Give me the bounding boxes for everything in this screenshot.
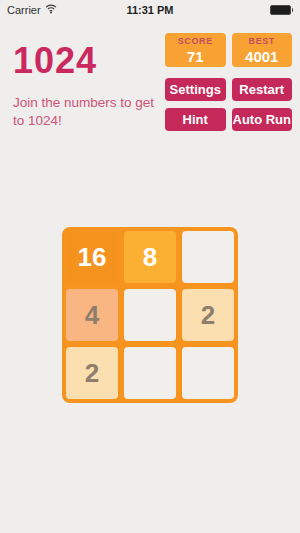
page-title: 1024 (13, 43, 165, 79)
status-bar-time: 11:31 PM (97, 4, 203, 16)
best-label: BEST (249, 36, 275, 46)
carrier-label: Carrier (7, 4, 41, 16)
tile-2: 2 (182, 289, 234, 341)
empty-cell (124, 289, 176, 341)
status-bar-right (203, 5, 293, 15)
score-box: SCORE 71 (165, 33, 226, 67)
score-label: SCORE (178, 36, 213, 46)
auto-run-button[interactable]: Auto Run (232, 108, 293, 131)
status-bar-left: Carrier (7, 4, 97, 16)
tagline: Join the numbers to get to 1024! (13, 94, 165, 130)
best-value: 4001 (245, 48, 278, 65)
hint-button[interactable]: Hint (165, 108, 226, 131)
restart-button[interactable]: Restart (232, 78, 293, 101)
tile-16: 16 (66, 231, 118, 283)
status-bar: Carrier 11:31 PM (0, 0, 300, 20)
settings-button[interactable]: Settings (165, 78, 226, 101)
tile-4: 4 (66, 289, 118, 341)
tile-8: 8 (124, 231, 176, 283)
empty-cell (182, 347, 234, 399)
tile-2: 2 (66, 347, 118, 399)
empty-cell (182, 231, 234, 283)
best-box: BEST 4001 (232, 33, 293, 67)
empty-cell (124, 347, 176, 399)
board-grid[interactable]: 168422 (62, 227, 238, 403)
wifi-icon (45, 4, 57, 16)
header: 1024 Join the numbers to get to 1024! SC… (0, 20, 300, 131)
battery-icon (270, 5, 294, 15)
app-screen: Carrier 11:31 PM 1024 Join the numbers t… (0, 0, 300, 533)
header-right: SCORE 71 BEST 4001 Settings Restart Hint… (165, 33, 292, 131)
header-left: 1024 Join the numbers to get to 1024! (13, 33, 165, 131)
score-value: 71 (187, 48, 204, 65)
